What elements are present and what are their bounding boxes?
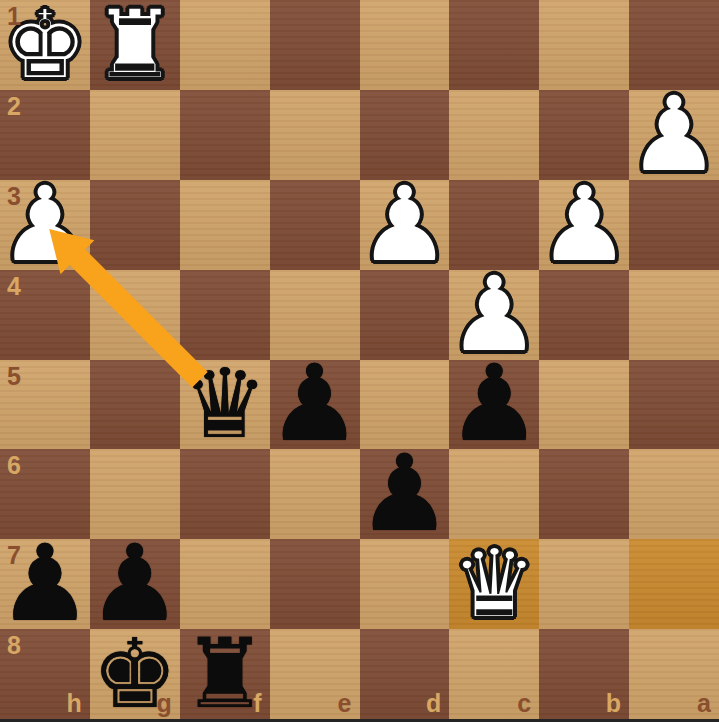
square-b5[interactable] xyxy=(539,360,629,450)
square-a6[interactable] xyxy=(629,449,719,539)
piece-white-rook[interactable]: ♜ xyxy=(90,0,180,90)
square-e1[interactable] xyxy=(270,0,360,90)
square-c1[interactable] xyxy=(449,0,539,90)
piece-black-pawn[interactable]: ♟ xyxy=(449,360,539,450)
square-g8[interactable]: g♚ xyxy=(90,629,180,719)
square-e7[interactable] xyxy=(270,539,360,629)
square-b8[interactable]: b xyxy=(539,629,629,719)
square-c8[interactable]: c xyxy=(449,629,539,719)
square-e5[interactable]: ♟ xyxy=(270,360,360,450)
square-f1[interactable] xyxy=(180,0,270,90)
chess-app: 1♚♜2♟3♟♟♟4♟5♛♟♟6♟7♟♟♛8hg♚f♜edcba xyxy=(0,0,719,722)
piece-black-queen[interactable]: ♛ xyxy=(180,360,270,450)
piece-white-pawn[interactable]: ♟ xyxy=(360,180,450,270)
square-d6[interactable]: ♟ xyxy=(360,449,450,539)
square-b6[interactable] xyxy=(539,449,629,539)
file-label-e: e xyxy=(338,691,352,716)
square-a5[interactable] xyxy=(629,360,719,450)
piece-black-king[interactable]: ♚ xyxy=(90,629,180,719)
square-h3[interactable]: 3♟ xyxy=(0,180,90,270)
square-a8[interactable]: a xyxy=(629,629,719,719)
square-a4[interactable] xyxy=(629,270,719,360)
square-g3[interactable] xyxy=(90,180,180,270)
square-d1[interactable] xyxy=(360,0,450,90)
file-label-h: h xyxy=(67,691,82,716)
piece-white-pawn[interactable]: ♟ xyxy=(629,90,719,180)
square-g2[interactable] xyxy=(90,90,180,180)
square-g1[interactable]: ♜ xyxy=(90,0,180,90)
piece-black-pawn[interactable]: ♟ xyxy=(270,360,360,450)
rank-label-6: 6 xyxy=(7,453,21,478)
square-h5[interactable]: 5 xyxy=(0,360,90,450)
square-h7[interactable]: 7♟ xyxy=(0,539,90,629)
piece-white-pawn[interactable]: ♟ xyxy=(539,180,629,270)
piece-white-king[interactable]: ♚ xyxy=(0,0,90,90)
square-c5[interactable]: ♟ xyxy=(449,360,539,450)
chess-board: 1♚♜2♟3♟♟♟4♟5♛♟♟6♟7♟♟♛8hg♚f♜edcba xyxy=(0,0,719,719)
square-f2[interactable] xyxy=(180,90,270,180)
square-g4[interactable] xyxy=(90,270,180,360)
file-label-d: d xyxy=(426,691,441,716)
rank-label-5: 5 xyxy=(7,364,21,389)
square-d3[interactable]: ♟ xyxy=(360,180,450,270)
square-a7[interactable] xyxy=(629,539,719,629)
square-g7[interactable]: ♟ xyxy=(90,539,180,629)
square-f5[interactable]: ♛ xyxy=(180,360,270,450)
square-b3[interactable]: ♟ xyxy=(539,180,629,270)
square-f8[interactable]: f♜ xyxy=(180,629,270,719)
piece-black-pawn[interactable]: ♟ xyxy=(0,539,90,629)
square-e2[interactable] xyxy=(270,90,360,180)
piece-white-pawn[interactable]: ♟ xyxy=(0,180,90,270)
square-a2[interactable]: ♟ xyxy=(629,90,719,180)
piece-black-rook[interactable]: ♜ xyxy=(180,629,270,719)
square-f4[interactable] xyxy=(180,270,270,360)
square-h1[interactable]: 1♚ xyxy=(0,0,90,90)
square-b1[interactable] xyxy=(539,0,629,90)
square-f7[interactable] xyxy=(180,539,270,629)
piece-white-queen[interactable]: ♛ xyxy=(449,539,539,629)
square-c7[interactable]: ♛ xyxy=(449,539,539,629)
file-label-c: c xyxy=(517,691,531,716)
square-d8[interactable]: d xyxy=(360,629,450,719)
piece-black-pawn[interactable]: ♟ xyxy=(360,449,450,539)
piece-black-pawn[interactable]: ♟ xyxy=(90,539,180,629)
square-f3[interactable] xyxy=(180,180,270,270)
square-e8[interactable]: e xyxy=(270,629,360,719)
square-f6[interactable] xyxy=(180,449,270,539)
square-g5[interactable] xyxy=(90,360,180,450)
square-e3[interactable] xyxy=(270,180,360,270)
square-c2[interactable] xyxy=(449,90,539,180)
file-label-b: b xyxy=(606,691,621,716)
file-label-a: a xyxy=(697,691,711,716)
square-b7[interactable] xyxy=(539,539,629,629)
